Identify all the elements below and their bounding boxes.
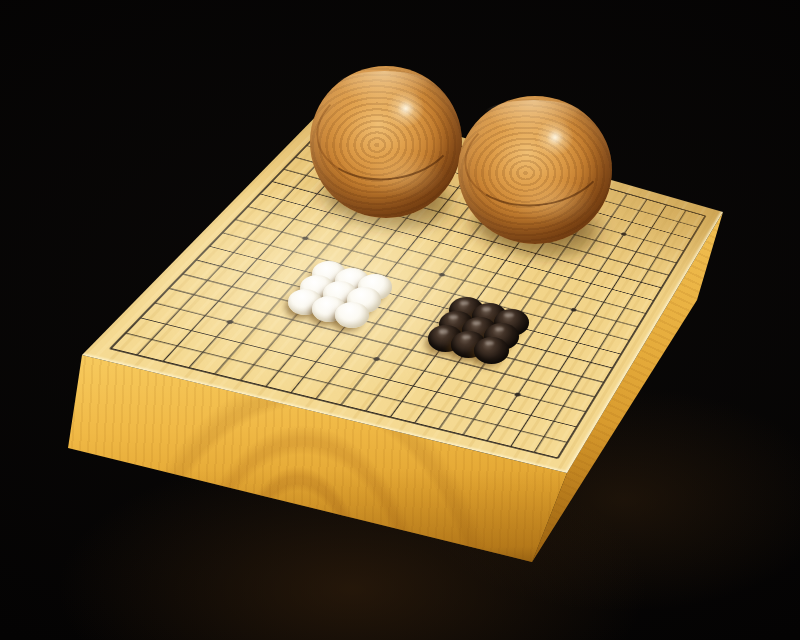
star-point (438, 272, 446, 276)
star-point (570, 308, 577, 312)
star-point (301, 236, 309, 241)
go-set-photo-scene (0, 0, 800, 640)
star-point (514, 392, 522, 397)
star-point (373, 357, 381, 362)
go-bowl-left (310, 66, 462, 218)
go-bowl-right (458, 96, 612, 244)
star-point (226, 319, 235, 324)
star-point (621, 232, 628, 236)
